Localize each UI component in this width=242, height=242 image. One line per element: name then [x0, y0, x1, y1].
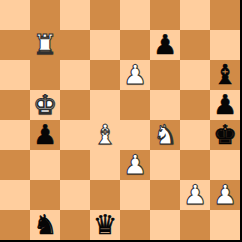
square-a7[interactable] [0, 30, 30, 60]
white-pawn[interactable]: ♟ [123, 151, 147, 178]
square-d1[interactable]: ♛ [90, 210, 120, 240]
black-bishop[interactable]: ♝ [213, 61, 237, 88]
square-e6[interactable]: ♟ [120, 60, 150, 90]
white-pawn[interactable]: ♟ [123, 61, 147, 88]
black-pawn[interactable]: ♟ [153, 31, 177, 58]
square-e3[interactable]: ♟ [120, 150, 150, 180]
square-a8[interactable] [0, 0, 30, 30]
square-h4[interactable]: ♚ [210, 120, 240, 150]
square-a3[interactable] [0, 150, 30, 180]
square-g8[interactable] [180, 0, 210, 30]
square-g5[interactable] [180, 90, 210, 120]
square-d6[interactable] [90, 60, 120, 90]
square-f1[interactable] [150, 210, 180, 240]
white-knight[interactable]: ♞ [153, 121, 177, 148]
square-d5[interactable] [90, 90, 120, 120]
square-d8[interactable] [90, 0, 120, 30]
square-g2[interactable]: ♟ [180, 180, 210, 210]
square-b6[interactable] [30, 60, 60, 90]
square-d7[interactable] [90, 30, 120, 60]
square-c3[interactable] [60, 150, 90, 180]
square-a2[interactable] [0, 180, 30, 210]
white-rook[interactable]: ♜ [33, 31, 57, 58]
square-g1[interactable] [180, 210, 210, 240]
square-c4[interactable] [60, 120, 90, 150]
square-b2[interactable] [30, 180, 60, 210]
square-d3[interactable] [90, 150, 120, 180]
square-b3[interactable] [30, 150, 60, 180]
square-g7[interactable] [180, 30, 210, 60]
white-pawn[interactable]: ♟ [213, 181, 237, 208]
square-g4[interactable] [180, 120, 210, 150]
square-e2[interactable] [120, 180, 150, 210]
square-d4[interactable]: ♝ [90, 120, 120, 150]
white-pawn[interactable]: ♟ [183, 181, 207, 208]
square-a4[interactable] [0, 120, 30, 150]
square-a1[interactable] [0, 210, 30, 240]
square-f3[interactable] [150, 150, 180, 180]
square-e8[interactable] [120, 0, 150, 30]
square-e5[interactable] [120, 90, 150, 120]
chess-board: ♜♟♟♝♚♟♟♝♞♚♟♟♟♞♛ [0, 0, 240, 240]
square-e4[interactable] [120, 120, 150, 150]
square-g6[interactable] [180, 60, 210, 90]
square-f6[interactable] [150, 60, 180, 90]
square-h1[interactable] [210, 210, 240, 240]
square-c6[interactable] [60, 60, 90, 90]
square-f2[interactable] [150, 180, 180, 210]
square-c7[interactable] [60, 30, 90, 60]
square-e7[interactable] [120, 30, 150, 60]
square-h3[interactable] [210, 150, 240, 180]
black-knight[interactable]: ♞ [33, 211, 57, 238]
white-king[interactable]: ♚ [33, 91, 57, 118]
square-b4[interactable]: ♟ [30, 120, 60, 150]
white-bishop[interactable]: ♝ [93, 121, 117, 148]
black-king[interactable]: ♚ [213, 121, 237, 148]
square-b5[interactable]: ♚ [30, 90, 60, 120]
square-c1[interactable] [60, 210, 90, 240]
square-g3[interactable] [180, 150, 210, 180]
square-h8[interactable] [210, 0, 240, 30]
square-e1[interactable] [120, 210, 150, 240]
square-c5[interactable] [60, 90, 90, 120]
square-b8[interactable] [30, 0, 60, 30]
square-h6[interactable]: ♝ [210, 60, 240, 90]
square-f7[interactable]: ♟ [150, 30, 180, 60]
square-a5[interactable] [0, 90, 30, 120]
square-a6[interactable] [0, 60, 30, 90]
square-h5[interactable]: ♟ [210, 90, 240, 120]
square-f8[interactable] [150, 0, 180, 30]
square-f4[interactable]: ♞ [150, 120, 180, 150]
square-b1[interactable]: ♞ [30, 210, 60, 240]
square-h2[interactable]: ♟ [210, 180, 240, 210]
black-pawn[interactable]: ♟ [33, 121, 57, 148]
square-h7[interactable] [210, 30, 240, 60]
square-f5[interactable] [150, 90, 180, 120]
chessboard-frame: ♜♟♟♝♚♟♟♝♞♚♟♟♟♞♛ [0, 0, 242, 242]
black-pawn[interactable]: ♟ [213, 91, 237, 118]
square-c2[interactable] [60, 180, 90, 210]
square-b7[interactable]: ♜ [30, 30, 60, 60]
black-queen[interactable]: ♛ [93, 211, 117, 238]
square-c8[interactable] [60, 0, 90, 30]
square-d2[interactable] [90, 180, 120, 210]
